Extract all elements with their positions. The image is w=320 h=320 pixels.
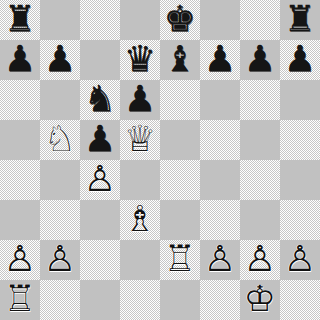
square-h6[interactable] [280,80,320,120]
square-g2[interactable]: ♙ [240,240,280,280]
square-c5[interactable]: ♟ [80,120,120,160]
square-g4[interactable] [240,160,280,200]
piece-black-pawn: ♟ [84,120,116,159]
square-g5[interactable] [240,120,280,160]
piece-black-king: ♚ [164,0,196,39]
square-d1[interactable] [120,280,160,320]
square-e2[interactable]: ♖ [160,240,200,280]
square-e5[interactable] [160,120,200,160]
square-c3[interactable] [80,200,120,240]
square-b8[interactable] [40,0,80,40]
square-b5[interactable]: ♘ [40,120,80,160]
square-e4[interactable] [160,160,200,200]
square-b1[interactable] [40,280,80,320]
square-d4[interactable] [120,160,160,200]
piece-white-king: ♔ [244,280,276,319]
square-f5[interactable] [200,120,240,160]
square-a4[interactable] [0,160,40,200]
piece-white-knight: ♘ [44,120,76,159]
piece-black-pawn: ♟ [4,40,36,79]
square-h7[interactable]: ♟ [280,40,320,80]
square-h5[interactable] [280,120,320,160]
square-f7[interactable]: ♟ [200,40,240,80]
square-a8[interactable]: ♜ [0,0,40,40]
square-h4[interactable] [280,160,320,200]
piece-white-bishop: ♗ [124,200,156,239]
piece-white-pawn: ♙ [44,240,76,279]
square-e8[interactable]: ♚ [160,0,200,40]
piece-black-bishop: ♝ [164,40,196,79]
chess-board: ♜♚♜♟♟♛♝♟♟♟♞♟♘♟♕♙♗♙♙♖♙♙♙♖♔ [0,0,320,320]
square-b4[interactable] [40,160,80,200]
square-f2[interactable]: ♙ [200,240,240,280]
piece-white-rook: ♖ [164,240,196,279]
square-a2[interactable]: ♙ [0,240,40,280]
square-c4[interactable]: ♙ [80,160,120,200]
square-g7[interactable]: ♟ [240,40,280,80]
square-b3[interactable] [40,200,80,240]
piece-white-queen: ♕ [124,120,156,159]
piece-white-pawn: ♙ [284,240,316,279]
square-a5[interactable] [0,120,40,160]
square-a7[interactable]: ♟ [0,40,40,80]
square-f6[interactable] [200,80,240,120]
square-c7[interactable] [80,40,120,80]
square-d7[interactable]: ♛ [120,40,160,80]
square-f8[interactable] [200,0,240,40]
square-e1[interactable] [160,280,200,320]
piece-black-pawn: ♟ [244,40,276,79]
square-g6[interactable] [240,80,280,120]
square-e7[interactable]: ♝ [160,40,200,80]
square-h3[interactable] [280,200,320,240]
square-a6[interactable] [0,80,40,120]
piece-white-pawn: ♙ [4,240,36,279]
square-f4[interactable] [200,160,240,200]
piece-black-pawn: ♟ [204,40,236,79]
square-h1[interactable] [280,280,320,320]
square-c6[interactable]: ♞ [80,80,120,120]
piece-white-pawn: ♙ [244,240,276,279]
piece-black-pawn: ♟ [124,80,156,119]
square-d5[interactable]: ♕ [120,120,160,160]
square-h8[interactable]: ♜ [280,0,320,40]
piece-black-rook: ♜ [4,0,36,39]
square-f3[interactable] [200,200,240,240]
square-h2[interactable]: ♙ [280,240,320,280]
square-d6[interactable]: ♟ [120,80,160,120]
piece-black-pawn: ♟ [44,40,76,79]
piece-black-queen: ♛ [124,40,156,79]
square-g8[interactable] [240,0,280,40]
square-d3[interactable]: ♗ [120,200,160,240]
piece-white-pawn: ♙ [84,160,116,199]
square-c8[interactable] [80,0,120,40]
square-b6[interactable] [40,80,80,120]
square-b7[interactable]: ♟ [40,40,80,80]
square-e3[interactable] [160,200,200,240]
square-f1[interactable] [200,280,240,320]
square-g1[interactable]: ♔ [240,280,280,320]
piece-white-pawn: ♙ [204,240,236,279]
square-a3[interactable] [0,200,40,240]
square-d8[interactable] [120,0,160,40]
square-d2[interactable] [120,240,160,280]
square-b2[interactable]: ♙ [40,240,80,280]
square-e6[interactable] [160,80,200,120]
piece-black-pawn: ♟ [284,40,316,79]
piece-black-rook: ♜ [284,0,316,39]
square-c2[interactable] [80,240,120,280]
piece-black-knight: ♞ [84,80,116,119]
square-g3[interactable] [240,200,280,240]
square-c1[interactable] [80,280,120,320]
piece-white-rook: ♖ [4,280,36,319]
square-a1[interactable]: ♖ [0,280,40,320]
